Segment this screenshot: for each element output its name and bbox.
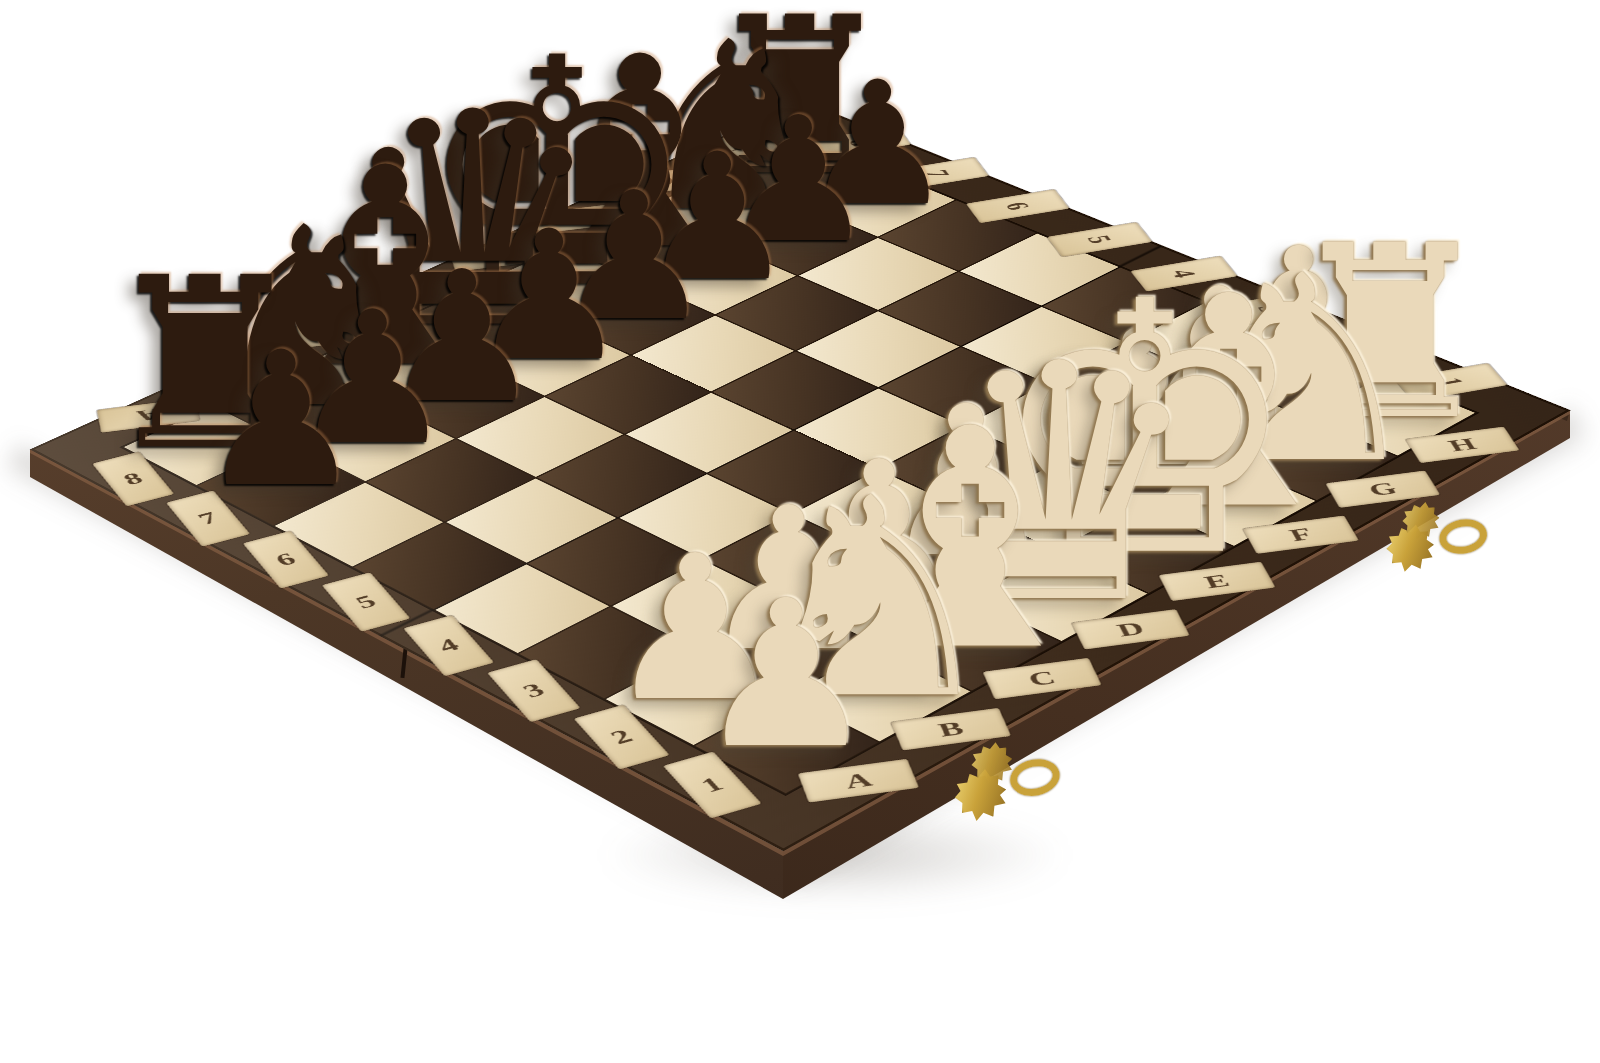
coordinate-label-8-right: 8 (810, 126, 910, 159)
clasp-plate-icon (1380, 519, 1441, 580)
clasp-plate-icon (947, 762, 1015, 830)
coordinate-label-5-right: 5 (1047, 222, 1152, 257)
scene: AABBCCDDEEFFGGHH8877665544332211 ♜♞♝♛♚♝♞… (0, 0, 1600, 1063)
clasp-plate-icon (1398, 497, 1446, 545)
coordinate-label-3-right: 3 (1216, 291, 1325, 328)
clasp-hook-icon (1437, 516, 1490, 558)
chess-board[interactable]: AABBCCDDEEFFGGHH8877665544332211 (30, 100, 1571, 851)
coordinate-label-6-right: 6 (966, 189, 1069, 223)
folding-seam-side-gap (400, 648, 407, 678)
board-shadow-near (600, 810, 1070, 900)
coordinate-label-2-right: 2 (1304, 326, 1415, 364)
coordinate-label-1-right: 1 (1395, 363, 1508, 401)
coordinate-label-7-right: 7 (887, 157, 989, 190)
clasp-plate-icon (965, 737, 1019, 791)
clasp-hook-icon (1007, 755, 1063, 801)
coordinate-label-4-right: 4 (1130, 256, 1237, 292)
